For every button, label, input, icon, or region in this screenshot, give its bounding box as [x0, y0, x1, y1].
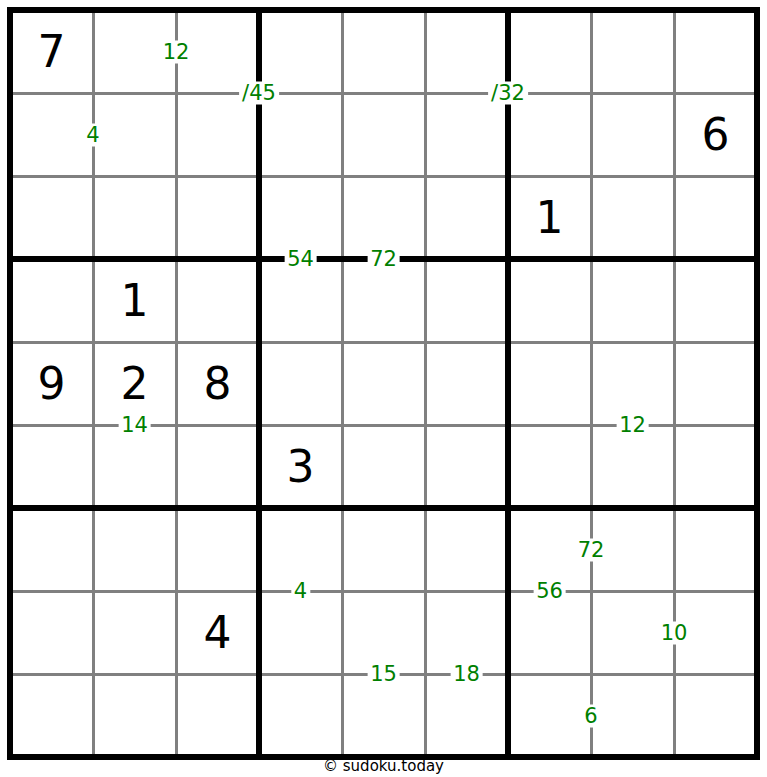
product-clue-R8C8xR8C9: 10	[658, 621, 691, 644]
product-clue-R2C3xR1C4: /45	[239, 82, 279, 105]
cell-r1c5[interactable]	[342, 10, 425, 93]
cell-r2c9[interactable]: 6	[674, 93, 757, 176]
cell-r5c1[interactable]: 9	[10, 342, 93, 425]
cell-r9c1[interactable]	[10, 674, 93, 757]
cell-r8c2[interactable]	[93, 591, 176, 674]
cell-r5c9[interactable]	[674, 342, 757, 425]
cell-r4c7[interactable]	[508, 259, 591, 342]
cell-r5c7[interactable]	[508, 342, 591, 425]
cell-r5c4[interactable]	[259, 342, 342, 425]
cell-r6c3[interactable]	[176, 425, 259, 508]
cell-r2c3[interactable]	[176, 93, 259, 176]
product-clue-R2C6xR1C7: /32	[488, 82, 528, 105]
cell-r1c8[interactable]	[591, 10, 674, 93]
cell-r8c4[interactable]	[259, 591, 342, 674]
product-clue-R5C8xR6C8: 12	[616, 414, 649, 437]
cell-r7c3[interactable]	[176, 508, 259, 591]
given-r1c1: 7	[38, 30, 66, 74]
product-clue-R8C6xR9C6: 18	[450, 663, 483, 686]
cell-r9c4[interactable]	[259, 674, 342, 757]
cell-r6c5[interactable]	[342, 425, 425, 508]
cell-r4c1[interactable]	[10, 259, 93, 342]
given-r5c3: 8	[204, 362, 232, 406]
cell-r8c7[interactable]	[508, 591, 591, 674]
cell-r2c7[interactable]	[508, 93, 591, 176]
cell-r4c3[interactable]	[176, 259, 259, 342]
cell-r6c4[interactable]: 3	[259, 425, 342, 508]
cell-r9c2[interactable]	[93, 674, 176, 757]
cell-r2c2[interactable]	[93, 93, 176, 176]
cell-r2c1[interactable]	[10, 93, 93, 176]
product-clue-R1C2xR1C3: 12	[160, 40, 193, 63]
cell-r9c6[interactable]	[425, 674, 508, 757]
cell-r3c3[interactable]	[176, 176, 259, 259]
product-clue-R7C7xR8C7: 56	[533, 580, 566, 603]
product-clue-R8C5xR9C5: 15	[367, 663, 400, 686]
puzzle-canvas: 761192834124/45/3254721412472561518106 ©…	[0, 0, 767, 777]
cell-r2c6[interactable]	[425, 93, 508, 176]
board: 761192834124/45/3254721412472561518106	[0, 0, 767, 767]
cell-r7c9[interactable]	[674, 508, 757, 591]
given-r5c1: 9	[38, 362, 66, 406]
cell-r1c1[interactable]: 7	[10, 10, 93, 93]
product-clue-R7C7xR7C8: 72	[575, 538, 608, 561]
cell-r7c1[interactable]	[10, 508, 93, 591]
cell-r6c2[interactable]	[93, 425, 176, 508]
cell-r6c1[interactable]	[10, 425, 93, 508]
cell-r6c7[interactable]	[508, 425, 591, 508]
cell-r4c5[interactable]	[342, 259, 425, 342]
cell-r4c9[interactable]	[674, 259, 757, 342]
product-clue-R9C7xR9C8: 6	[581, 704, 600, 727]
cell-r2c4[interactable]	[259, 93, 342, 176]
given-r2c9: 6	[702, 113, 730, 157]
cell-r8c1[interactable]	[10, 591, 93, 674]
product-clue-R5C2xR6C2: 14	[118, 414, 151, 437]
cell-r3c9[interactable]	[674, 176, 757, 259]
product-clue-R3C5xR4C5: 72	[367, 248, 400, 271]
cell-r9c9[interactable]	[674, 674, 757, 757]
cell-r4c4[interactable]	[259, 259, 342, 342]
cell-r2c5[interactable]	[342, 93, 425, 176]
cell-r4c8[interactable]	[591, 259, 674, 342]
cell-r3c2[interactable]	[93, 176, 176, 259]
cell-r5c6[interactable]	[425, 342, 508, 425]
given-r3c7: 1	[536, 196, 564, 240]
cell-r3c1[interactable]	[10, 176, 93, 259]
cell-r9c3[interactable]	[176, 674, 259, 757]
cell-r3c6[interactable]	[425, 176, 508, 259]
cell-r9c5[interactable]	[342, 674, 425, 757]
cell-r9c7[interactable]	[508, 674, 591, 757]
product-clue-R3C4xR4C4: 54	[284, 248, 317, 271]
cell-r7c2[interactable]	[93, 508, 176, 591]
cell-r3c7[interactable]: 1	[508, 176, 591, 259]
cell-r6c8[interactable]	[591, 425, 674, 508]
cell-r6c9[interactable]	[674, 425, 757, 508]
given-r4c2: 1	[121, 279, 149, 323]
cell-r8c3[interactable]: 4	[176, 591, 259, 674]
cell-r7c5[interactable]	[342, 508, 425, 591]
given-r6c4: 3	[287, 445, 315, 489]
cell-r4c6[interactable]	[425, 259, 508, 342]
given-r8c3: 4	[204, 611, 232, 655]
cell-r5c3[interactable]: 8	[176, 342, 259, 425]
cell-r3c8[interactable]	[591, 176, 674, 259]
cell-r9c8[interactable]	[591, 674, 674, 757]
cell-r2c8[interactable]	[591, 93, 674, 176]
cell-r6c6[interactable]	[425, 425, 508, 508]
cell-r1c9[interactable]	[674, 10, 757, 93]
product-clue-R7C4xR8C4: 4	[291, 580, 310, 603]
cell-r4c2[interactable]: 1	[93, 259, 176, 342]
cell-r5c5[interactable]	[342, 342, 425, 425]
given-r5c2: 2	[121, 362, 149, 406]
cell-r7c6[interactable]	[425, 508, 508, 591]
product-clue-R2C1xR2C2: 4	[83, 123, 102, 146]
